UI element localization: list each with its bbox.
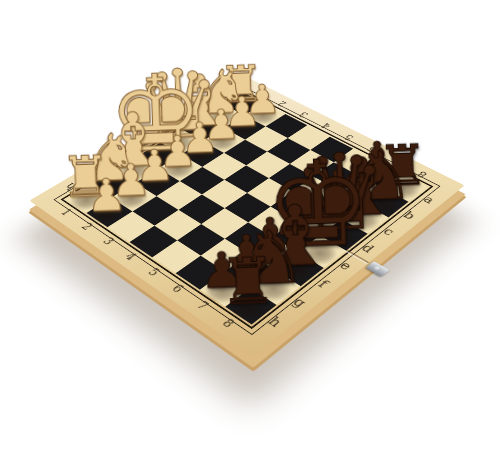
- clasp-knob-icon: [373, 266, 382, 272]
- chess-set-photo: 12345678 12345678 abcdefgh abcdefgh ♜♟♟♜…: [0, 0, 500, 463]
- square-e3[interactable]: [180, 167, 224, 195]
- board-grid: ♜♟♟♜♞♟♟♞♝♟♟♝♛♟♟♛♚♟♟♚♝♟♟♝♞♟♟♞♜♟♟♜: [66, 93, 428, 325]
- chess-board: 12345678 12345678 abcdefgh abcdefgh ♜♟♟♜…: [29, 75, 464, 356]
- piece-black-rook-h8[interactable]: ♜: [218, 249, 277, 314]
- clasp-latch-icon: [366, 261, 390, 277]
- piece-white-pawn-h2[interactable]: ♟: [86, 172, 128, 218]
